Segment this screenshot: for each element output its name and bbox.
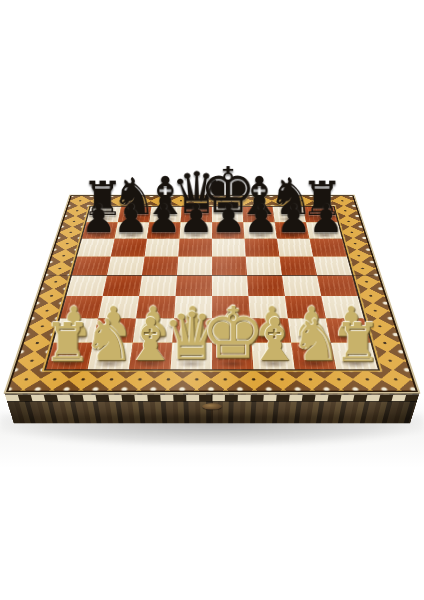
- square-f5[interactable]: [246, 256, 282, 275]
- square-d7[interactable]: ♟: [180, 222, 212, 238]
- square-e6[interactable]: [212, 239, 246, 257]
- piece-black-pawn[interactable]: ♟: [308, 199, 343, 238]
- square-g6[interactable]: [277, 239, 313, 257]
- square-b4[interactable]: [103, 275, 142, 296]
- squares-grid: ♜♞♝♛♚♝♞♜♟♟♟♟♟♟♟♟♟♟♟♟♟♟♟♟♜♞♝♛♚♝♞♜: [44, 206, 380, 370]
- square-h5[interactable]: [313, 256, 352, 275]
- square-b5[interactable]: [107, 256, 145, 275]
- piece-black-pawn[interactable]: ♟: [146, 199, 181, 238]
- piece-black-pawn[interactable]: ♟: [113, 199, 148, 238]
- square-h1[interactable]: ♜: [331, 343, 378, 370]
- square-d6[interactable]: [178, 239, 212, 257]
- square-c6[interactable]: [145, 239, 180, 257]
- square-h6[interactable]: [309, 239, 346, 257]
- piece-black-pawn[interactable]: ♟: [81, 199, 116, 238]
- square-e5[interactable]: [212, 256, 247, 275]
- box-front-panel: [4, 392, 420, 424]
- square-g7[interactable]: ♟: [275, 222, 310, 238]
- chess-board: ♜♞♝♛♚♝♞♜♟♟♟♟♟♟♟♟♟♟♟♟♟♟♟♟♜♞♝♛♚♝♞♜: [6, 195, 418, 392]
- square-g5[interactable]: [279, 256, 317, 275]
- square-h4[interactable]: [317, 275, 358, 296]
- piece-black-pawn[interactable]: ♟: [211, 199, 246, 238]
- square-c4[interactable]: [139, 275, 177, 296]
- square-a4[interactable]: [66, 275, 107, 296]
- square-f6[interactable]: [244, 239, 279, 257]
- square-e7[interactable]: ♟: [212, 222, 244, 238]
- square-b7[interactable]: ♟: [115, 222, 150, 238]
- square-c5[interactable]: [142, 256, 178, 275]
- square-a6[interactable]: [77, 239, 114, 257]
- square-g1[interactable]: ♞: [291, 343, 336, 370]
- square-f1[interactable]: ♝: [252, 343, 295, 370]
- square-h7[interactable]: ♟: [306, 222, 342, 238]
- piece-black-pawn[interactable]: ♟: [178, 199, 213, 238]
- board-perspective-wrap: ♜♞♝♛♚♝♞♜♟♟♟♟♟♟♟♟♟♟♟♟♟♟♟♟♜♞♝♛♚♝♞♜: [6, 195, 418, 392]
- clasp-latch: [202, 403, 222, 409]
- square-a5[interactable]: [72, 256, 111, 275]
- square-f7[interactable]: ♟: [243, 222, 277, 238]
- piece-black-pawn[interactable]: ♟: [243, 199, 278, 238]
- piece-white-rook[interactable]: ♜: [333, 316, 381, 369]
- square-c7[interactable]: ♟: [147, 222, 181, 238]
- square-d5[interactable]: [177, 256, 212, 275]
- product-photo-background: ♜♞♝♛♚♝♞♜♟♟♟♟♟♟♟♟♟♟♟♟♟♟♟♟♜♞♝♛♚♝♞♜: [0, 0, 424, 600]
- piece-black-pawn[interactable]: ♟: [276, 199, 311, 238]
- square-g4[interactable]: [282, 275, 321, 296]
- square-b6[interactable]: [111, 239, 147, 257]
